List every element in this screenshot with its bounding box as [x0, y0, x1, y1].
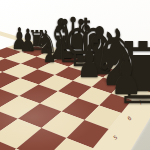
black-pawn-h7[interactable]: ♟	[110, 47, 143, 103]
chess-set-photo: 8765 ♟♟♜♞♝♟♛♚♝♟♞♟♜	[0, 0, 150, 150]
